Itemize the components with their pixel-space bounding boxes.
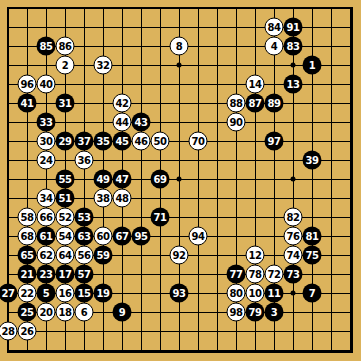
stone-black-49: 49 xyxy=(94,170,113,189)
stone-black-97: 97 xyxy=(265,132,284,151)
stone-white-64: 64 xyxy=(56,246,75,265)
stone-white-50: 50 xyxy=(151,132,170,151)
stone-black-61: 61 xyxy=(37,227,56,246)
stone-black-47: 47 xyxy=(113,170,132,189)
stone-black-17: 17 xyxy=(56,265,75,284)
stone-black-63: 63 xyxy=(75,227,94,246)
stone-white-66: 66 xyxy=(37,208,56,227)
stone-white-86: 86 xyxy=(56,37,75,56)
stone-black-81: 81 xyxy=(303,227,322,246)
stone-white-98: 98 xyxy=(227,303,246,322)
star-point xyxy=(177,177,182,182)
stone-black-95: 95 xyxy=(132,227,151,246)
stone-black-7: 7 xyxy=(303,284,322,303)
stone-white-2: 2 xyxy=(56,56,75,75)
star-point xyxy=(291,177,296,182)
stone-white-34: 34 xyxy=(37,189,56,208)
stone-black-39: 39 xyxy=(303,151,322,170)
stone-black-9: 9 xyxy=(113,303,132,322)
stone-black-83: 83 xyxy=(284,37,303,56)
star-point xyxy=(291,291,296,296)
stone-black-91: 91 xyxy=(284,18,303,37)
stone-black-87: 87 xyxy=(246,94,265,113)
stone-black-13: 13 xyxy=(284,75,303,94)
stone-white-48: 48 xyxy=(113,189,132,208)
stone-white-68: 68 xyxy=(18,227,37,246)
stone-black-93: 93 xyxy=(170,284,189,303)
stone-black-55: 55 xyxy=(56,170,75,189)
stone-white-82: 82 xyxy=(284,208,303,227)
stone-black-43: 43 xyxy=(132,113,151,132)
stone-black-35: 35 xyxy=(94,132,113,151)
stone-white-24: 24 xyxy=(37,151,56,170)
stone-black-71: 71 xyxy=(151,208,170,227)
stone-black-41: 41 xyxy=(18,94,37,113)
stone-white-78: 78 xyxy=(246,265,265,284)
stone-black-79: 79 xyxy=(246,303,265,322)
stone-black-25: 25 xyxy=(18,303,37,322)
stone-white-22: 22 xyxy=(18,284,37,303)
stone-white-54: 54 xyxy=(56,227,75,246)
star-point xyxy=(177,63,182,68)
stone-black-37: 37 xyxy=(75,132,94,151)
stone-black-51: 51 xyxy=(56,189,75,208)
stone-black-5: 5 xyxy=(37,284,56,303)
stone-white-6: 6 xyxy=(75,303,94,322)
go-board[interactable]: 1234567891011121314151617181920212223242… xyxy=(0,0,361,361)
stone-black-75: 75 xyxy=(303,246,322,265)
stone-black-21: 21 xyxy=(18,265,37,284)
star-point xyxy=(291,63,296,68)
stone-white-88: 88 xyxy=(227,94,246,113)
stone-white-70: 70 xyxy=(189,132,208,151)
stone-white-84: 84 xyxy=(265,18,284,37)
stone-black-67: 67 xyxy=(113,227,132,246)
stone-white-92: 92 xyxy=(170,246,189,265)
stone-black-11: 11 xyxy=(265,284,284,303)
stone-black-29: 29 xyxy=(56,132,75,151)
stone-white-26: 26 xyxy=(18,322,37,341)
stone-white-62: 62 xyxy=(37,246,56,265)
stone-black-3: 3 xyxy=(265,303,284,322)
stone-white-90: 90 xyxy=(227,113,246,132)
stone-black-1: 1 xyxy=(303,56,322,75)
stone-white-80: 80 xyxy=(227,284,246,303)
stone-black-69: 69 xyxy=(151,170,170,189)
stone-white-18: 18 xyxy=(56,303,75,322)
stone-black-89: 89 xyxy=(265,94,284,113)
stone-black-31: 31 xyxy=(56,94,75,113)
stone-white-72: 72 xyxy=(265,265,284,284)
stone-white-30: 30 xyxy=(37,132,56,151)
stone-black-65: 65 xyxy=(18,246,37,265)
stone-white-76: 76 xyxy=(284,227,303,246)
stone-black-33: 33 xyxy=(37,113,56,132)
stone-white-4: 4 xyxy=(265,37,284,56)
stone-black-59: 59 xyxy=(94,246,113,265)
stone-white-46: 46 xyxy=(132,132,151,151)
stone-white-74: 74 xyxy=(284,246,303,265)
stone-white-94: 94 xyxy=(189,227,208,246)
stone-white-58: 58 xyxy=(18,208,37,227)
stone-white-16: 16 xyxy=(56,284,75,303)
stone-black-23: 23 xyxy=(37,265,56,284)
stone-white-36: 36 xyxy=(75,151,94,170)
stone-black-73: 73 xyxy=(284,265,303,284)
stone-black-19: 19 xyxy=(94,284,113,303)
stone-white-60: 60 xyxy=(94,227,113,246)
stone-black-53: 53 xyxy=(75,208,94,227)
stone-white-14: 14 xyxy=(246,75,265,94)
stone-black-15: 15 xyxy=(75,284,94,303)
stone-white-52: 52 xyxy=(56,208,75,227)
stone-white-42: 42 xyxy=(113,94,132,113)
stone-black-45: 45 xyxy=(113,132,132,151)
stone-white-32: 32 xyxy=(94,56,113,75)
stone-white-40: 40 xyxy=(37,75,56,94)
stone-white-8: 8 xyxy=(170,37,189,56)
stone-black-77: 77 xyxy=(227,265,246,284)
stone-black-85: 85 xyxy=(37,37,56,56)
stone-white-44: 44 xyxy=(113,113,132,132)
stone-white-20: 20 xyxy=(37,303,56,322)
stone-black-57: 57 xyxy=(75,265,94,284)
stone-white-10: 10 xyxy=(246,284,265,303)
stone-white-56: 56 xyxy=(75,246,94,265)
stone-white-12: 12 xyxy=(246,246,265,265)
stone-white-38: 38 xyxy=(94,189,113,208)
stone-white-96: 96 xyxy=(18,75,37,94)
